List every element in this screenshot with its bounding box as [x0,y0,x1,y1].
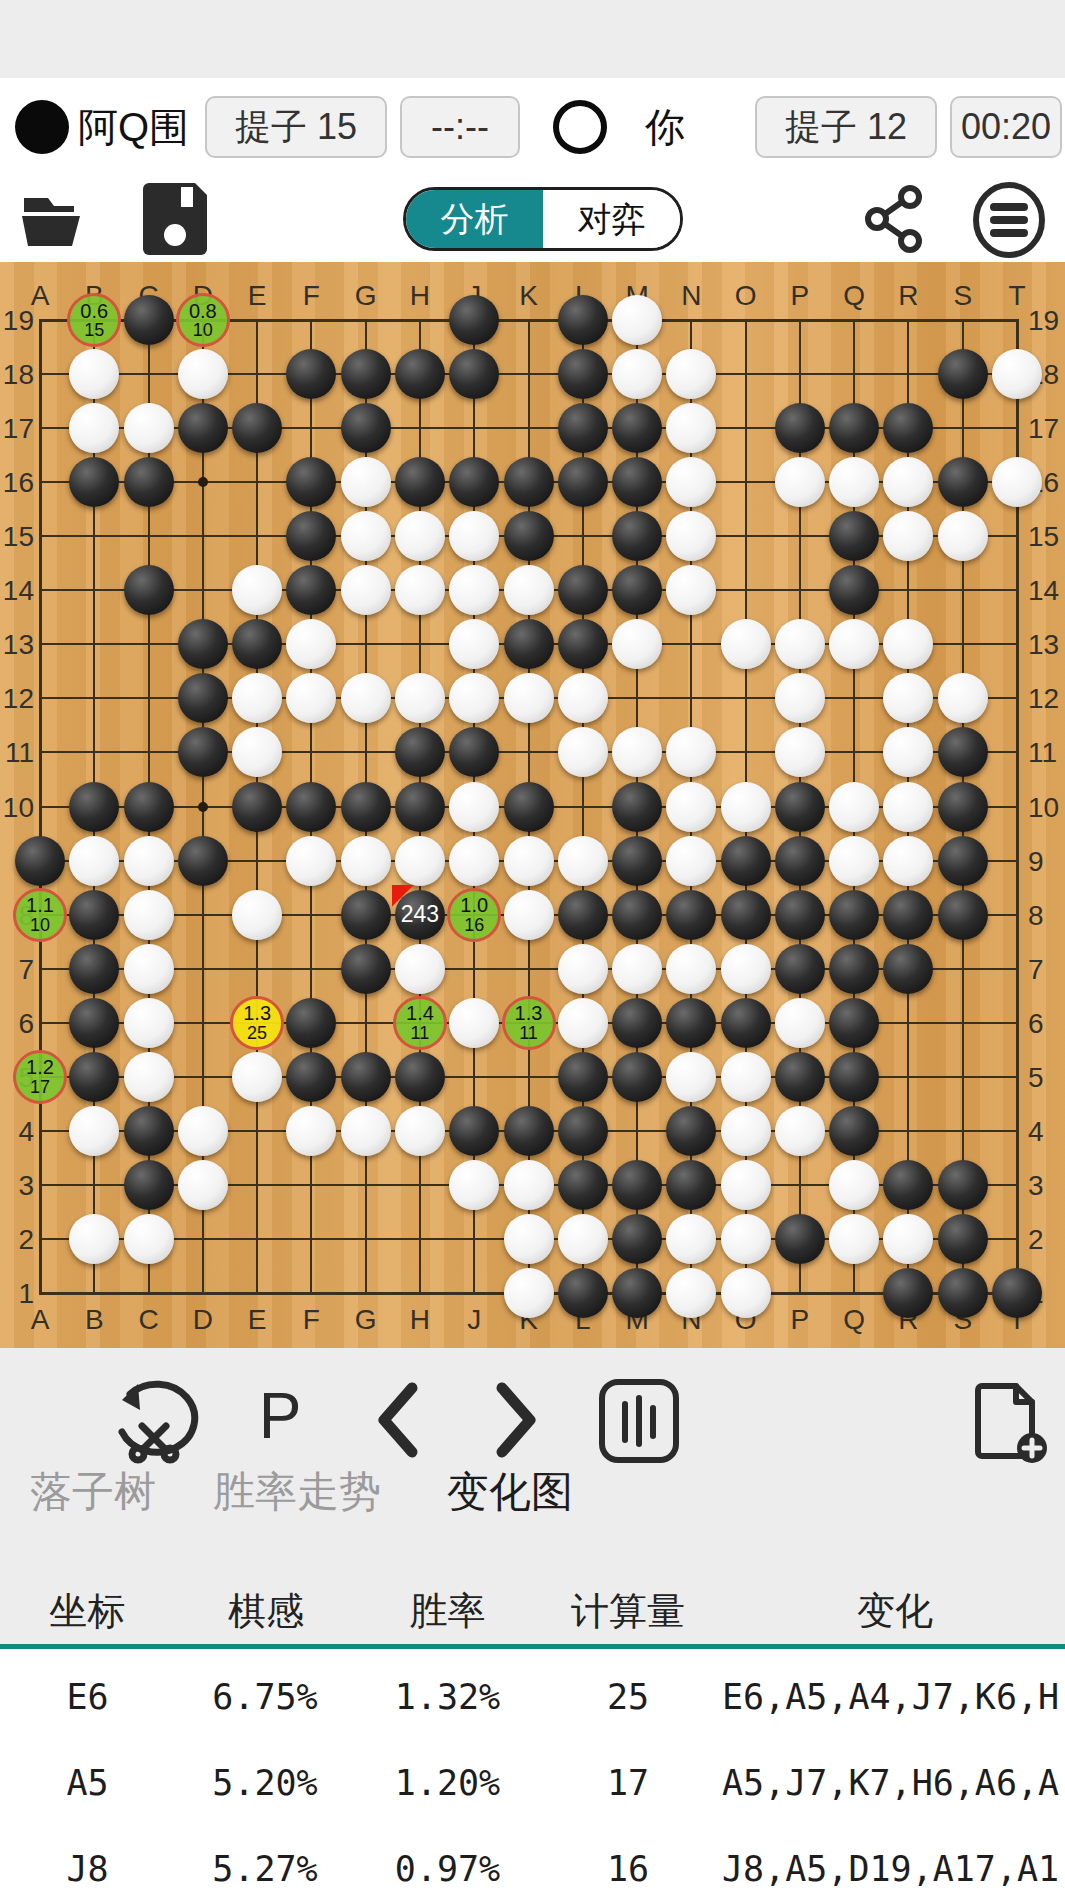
white-stone [883,1214,933,1264]
black-stone [69,457,119,507]
white-stone [721,1214,771,1264]
white-stone [395,565,445,615]
black-stone [395,782,445,832]
black-stone [721,998,771,1048]
white-stone [775,619,825,669]
black-stone [232,782,282,832]
white-stone [938,511,988,561]
white-stone [449,782,499,832]
white-stone [666,782,716,832]
black-stone [449,349,499,399]
white-stone [666,1214,716,1264]
table-row[interactable]: A5 5.20% 1.20% 17 A5,J7,K7,H6,A6,A [0,1748,1065,1818]
next-move-icon[interactable] [486,1380,546,1460]
cell-variation: A5,J7,K7,H6,A6,A [722,1748,1065,1818]
black-stone [286,998,336,1048]
coord-number-right: 11 [1028,737,1062,769]
table-row[interactable]: E6 6.75% 1.32% 25 E6,A5,A4,J7,K6,H [0,1662,1065,1732]
black-stone [829,998,879,1048]
black-stone [558,565,608,615]
white-stone [178,1106,228,1156]
black-stone [178,673,228,723]
tab-winrate-trend[interactable]: 胜率走势 [213,1468,381,1516]
black-stone [883,890,933,940]
black-stone [829,1106,879,1156]
white-stone [504,1160,554,1210]
col-variation: 变化 [830,1578,960,1644]
candidate-move-E6[interactable]: 1.325 [230,996,284,1050]
coord-letter-bottom: Q [838,1304,870,1336]
black-stone [504,511,554,561]
white-stone [124,998,174,1048]
white-stone [666,944,716,994]
coord-letter-bottom: B [78,1304,110,1336]
white-stone [558,944,608,994]
white-stone [829,836,879,886]
star-point [198,477,208,487]
coord-letter-top: H [404,280,436,312]
black-stone [124,565,174,615]
coord-number-left: 2 [0,1224,34,1256]
white-stone [341,673,391,723]
white-stone [721,782,771,832]
coord-letter-bottom: J [458,1304,490,1336]
cell-variation: J8,A5,D19,A17,A1 [722,1834,1065,1896]
black-stone [992,1268,1042,1318]
black-stone [938,349,988,399]
white-stone [286,1106,336,1156]
white-stone [395,1106,445,1156]
menu-icon[interactable] [970,181,1048,259]
white-stone [69,403,119,453]
coord-number-left: 3 [0,1170,34,1202]
white-stone [721,944,771,994]
player-bar: 阿Q围 提子 15 --:-- 你 提子 12 00:20 分析 对弈 [0,78,1065,262]
black-stone [612,836,662,886]
cell-winrate: 1.20% [375,1748,520,1818]
coord-number-right: 14 [1028,575,1062,607]
white-stone [124,944,174,994]
candidate-move-K6[interactable]: 1.311 [502,996,556,1050]
black-stone [612,782,662,832]
black-stone [286,457,336,507]
black-stone [341,944,391,994]
black-stone [449,457,499,507]
white-stone [666,349,716,399]
black-stone [232,403,282,453]
coord-number-left: 11 [0,737,34,769]
white-stone [124,1052,174,1102]
cell-policy: 5.27% [190,1834,340,1896]
black-stone [504,457,554,507]
black-stone [558,619,608,669]
last-move-number: 243 [392,901,448,928]
white-stone [666,1052,716,1102]
white-stone [612,944,662,994]
white-stone [124,836,174,886]
white-stone [666,565,716,615]
coord-number-left: 13 [0,629,34,661]
undo-cut-icon[interactable] [108,1380,204,1464]
candidate-move-A5[interactable]: 1.217 [13,1050,67,1104]
black-stone [938,727,988,777]
white-stone [775,1106,825,1156]
new-variation-icon[interactable] [972,1378,1052,1466]
white-stone [883,673,933,723]
prev-move-icon[interactable] [368,1380,428,1460]
black-stone [232,619,282,669]
white-stone [775,673,825,723]
coord-number-left: 16 [0,467,34,499]
coord-letter-top: S [947,280,979,312]
white-stone [666,511,716,561]
white-stone [721,619,771,669]
black-stone [558,890,608,940]
coord-number-right: 15 [1028,521,1062,553]
white-stone [666,727,716,777]
coord-number-right: 13 [1028,629,1062,661]
black-stone [666,1106,716,1156]
white-stone [883,727,933,777]
white-stone [286,619,336,669]
black-stone [341,890,391,940]
chart-icon[interactable] [598,1378,680,1464]
coord-number-right: 2 [1028,1224,1062,1256]
open-file-icon[interactable] [20,188,90,250]
coord-number-left: 10 [0,792,34,824]
white-stone [558,836,608,886]
white-stone [612,295,662,345]
save-icon[interactable] [143,183,207,255]
mode-toggle[interactable]: 分析 对弈 [403,187,683,251]
white-stone [721,1106,771,1156]
coord-letter-top: E [241,280,273,312]
coord-number-right: 3 [1028,1170,1062,1202]
black-stone-icon [15,100,69,154]
black-stone [124,457,174,507]
cell-coord: J8 [30,1834,145,1896]
white-stone [721,1160,771,1210]
white-stone [178,1160,228,1210]
analysis-toolbar: P 开 落子树 胜率走势 变化图 [0,1348,1065,1578]
coord-letter-top: K [513,280,545,312]
cell-coord: E6 [30,1662,145,1732]
white-stone [504,565,554,615]
black-stone [286,565,336,615]
white-stone [612,619,662,669]
white-stone [341,836,391,886]
white-stone [558,727,608,777]
white-stone [666,457,716,507]
cell-visits: 17 [560,1748,696,1818]
coord-letter-bottom: P [784,1304,816,1336]
black-stone [775,782,825,832]
coord-number-right: 8 [1028,900,1062,932]
black-stone [395,349,445,399]
tab-variation-diagram[interactable]: 变化图 [447,1468,573,1516]
black-stone [395,727,445,777]
black-stone [69,1052,119,1102]
coord-number-left: 6 [0,1008,34,1040]
white-stone [504,673,554,723]
white-stone [341,457,391,507]
black-stone [666,998,716,1048]
cell-variation: E6,A5,A4,J7,K6,H [722,1662,1065,1732]
white-stone [721,1052,771,1102]
coord-number-right: 9 [1028,846,1062,878]
coord-number-right: 10 [1028,792,1062,824]
coord-letter-bottom: E [241,1304,273,1336]
black-stone [558,1052,608,1102]
coord-number-right: 17 [1028,413,1062,445]
coord-number-right: 12 [1028,683,1062,715]
col-policy: 棋感 [200,1578,332,1644]
candidate-move-D19[interactable]: 0.810 [176,293,230,347]
white-stone [232,727,282,777]
black-stone [504,619,554,669]
black-stone [612,403,662,453]
cell-coord: A5 [30,1748,145,1818]
black-stone [558,295,608,345]
white-stone [232,673,282,723]
white-stone [558,998,608,1048]
black-stone [558,403,608,453]
white-stone [612,727,662,777]
black-stone [124,1106,174,1156]
white-stone-icon [553,100,607,154]
white-stone [775,727,825,777]
share-icon[interactable] [863,185,927,253]
black-stone [775,890,825,940]
candidate-move-J8[interactable]: 1.016 [447,888,501,942]
black-stone [124,782,174,832]
black-stone [341,782,391,832]
white-stone [775,998,825,1048]
black-stone [558,349,608,399]
black-stone [69,890,119,940]
white-stone [666,836,716,886]
coord-number-right: 7 [1028,954,1062,986]
black-stone [938,836,988,886]
black-stone [286,1052,336,1102]
coord-letter-bottom: C [133,1304,165,1336]
black-stone [829,511,879,561]
black-player-name: 阿Q围 [78,100,189,154]
pass-button[interactable]: P [248,1376,312,1456]
black-stone [721,836,771,886]
black-stone [124,1160,174,1210]
black-stone [558,1106,608,1156]
table-row[interactable]: J8 5.27% 0.97% 16 J8,A5,D19,A17,A1 [0,1834,1065,1896]
coord-number-left: 4 [0,1116,34,1148]
cell-visits: 16 [560,1834,696,1896]
white-clock-badge: 00:20 [950,96,1062,158]
black-stone [341,1052,391,1102]
coord-number-right: 19 [1028,305,1062,337]
black-stone [612,998,662,1048]
coord-number-left: 15 [0,521,34,553]
white-stone [829,457,879,507]
white-player-name: 你 [645,100,685,154]
white-stone [666,403,716,453]
go-board[interactable]: AA1919BB1818CC1717DD1616EE1515FF1414GG13… [0,262,1065,1348]
black-stone [775,836,825,886]
white-stone [69,1214,119,1264]
cell-winrate: 0.97% [375,1834,520,1896]
col-visits: 计算量 [533,1578,723,1644]
coord-letter-top: N [675,280,707,312]
white-stone [992,349,1042,399]
coord-letter-bottom: G [350,1304,382,1336]
black-stone [612,890,662,940]
black-stone [612,1214,662,1264]
coord-number-left: 14 [0,575,34,607]
black-stone [938,1214,988,1264]
white-stone [341,511,391,561]
white-stone [883,511,933,561]
black-stone [69,998,119,1048]
white-stone [232,890,282,940]
coord-number-left: 1 [0,1278,34,1310]
white-stone [829,1214,879,1264]
coord-number-right: 6 [1028,1008,1062,1040]
black-stone [558,1160,608,1210]
coord-number-left: 19 [0,305,34,337]
white-stone [883,836,933,886]
coord-letter-bottom: H [404,1304,436,1336]
black-stone [124,295,174,345]
white-stone [504,1214,554,1264]
black-stone [883,403,933,453]
candidate-move-A8[interactable]: 1.110 [13,888,67,942]
black-stone [721,890,771,940]
white-stone [341,1106,391,1156]
white-stone [829,782,879,832]
white-stone [69,349,119,399]
white-stone [449,511,499,561]
coord-letter-top: T [1001,280,1033,312]
black-stone [938,890,988,940]
black-stone [883,944,933,994]
white-stone [992,457,1042,507]
black-stone [395,1052,445,1102]
white-stone [69,1106,119,1156]
black-stone [69,944,119,994]
white-stone [232,1052,282,1102]
white-stone [721,1268,771,1318]
white-stone [558,673,608,723]
white-stone [232,565,282,615]
white-stone [178,349,228,399]
white-stone [341,565,391,615]
white-stone [124,890,174,940]
black-stone [612,1052,662,1102]
coord-letter-top: Q [838,280,870,312]
black-stone [612,457,662,507]
coord-letter-top: O [730,280,762,312]
cell-visits: 25 [560,1662,696,1732]
coord-letter-bottom: D [187,1304,219,1336]
black-stone [666,890,716,940]
white-captures-badge: 提子 12 [755,96,937,158]
black-stone [829,1052,879,1102]
black-stone [341,403,391,453]
tab-move-tree[interactable]: 落子树 [30,1468,156,1516]
white-stone [449,836,499,886]
black-stone [178,619,228,669]
coord-letter-bottom: F [295,1304,327,1336]
black-stone [558,457,608,507]
mode-play[interactable]: 对弈 [543,190,680,248]
black-stone [612,511,662,561]
white-stone [124,403,174,453]
white-stone [449,998,499,1048]
black-stone [504,782,554,832]
black-stone [558,1268,608,1318]
white-stone [666,1268,716,1318]
white-stone [395,944,445,994]
coord-letter-top: F [295,280,327,312]
black-stone [883,1160,933,1210]
coord-number-left: 18 [0,359,34,391]
white-stone [286,836,336,886]
white-stone [938,673,988,723]
white-stone [558,1214,608,1264]
black-stone [286,349,336,399]
black-stone [449,727,499,777]
white-stone [504,890,554,940]
white-stone [395,836,445,886]
cell-policy: 6.75% [190,1662,340,1732]
white-stone [449,1160,499,1210]
black-stone [938,782,988,832]
black-stone [612,1268,662,1318]
black-stone [775,944,825,994]
black-stone [449,1106,499,1156]
col-winrate: 胜率 [385,1578,510,1644]
white-stone [395,511,445,561]
white-stone [449,619,499,669]
black-stone [829,944,879,994]
status-bar [0,0,1065,78]
candidate-move-B19[interactable]: 0.615 [67,293,121,347]
black-stone [612,1160,662,1210]
col-coordinate: 坐标 [30,1578,145,1644]
black-stone [286,511,336,561]
coord-letter-top: R [892,280,924,312]
black-stone [449,295,499,345]
cell-winrate: 1.32% [375,1662,520,1732]
white-stone [775,457,825,507]
white-stone [395,673,445,723]
black-stone [69,782,119,832]
white-stone [69,836,119,886]
coord-number-left: 12 [0,683,34,715]
white-stone [612,349,662,399]
black-stone [829,890,879,940]
analysis-table-header: 坐标 棋感 胜率 计算量 变化 [0,1578,1065,1649]
white-stone [829,1160,879,1210]
coord-number-left: 17 [0,413,34,445]
candidate-move-H6[interactable]: 1.411 [393,996,447,1050]
black-captures-badge: 提子 15 [205,96,387,158]
black-stone [286,782,336,832]
black-stone [938,1160,988,1210]
mode-analysis[interactable]: 分析 [406,190,543,248]
cell-policy: 5.20% [190,1748,340,1818]
black-stone [178,836,228,886]
black-stone [883,1268,933,1318]
